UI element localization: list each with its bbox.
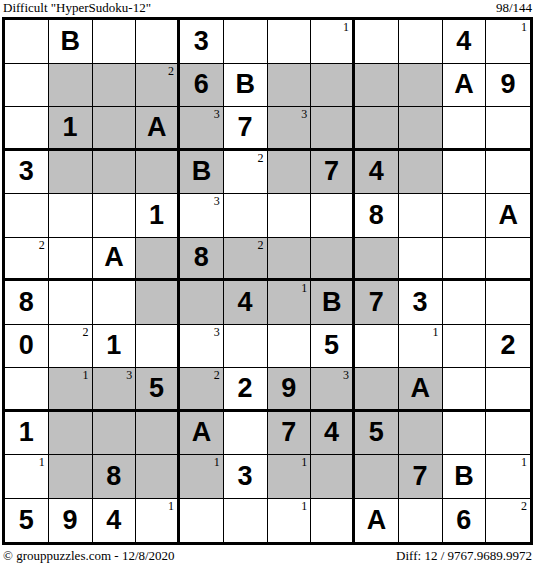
cell-r10c5: A [180,412,224,456]
cell-r11c11: B [443,455,487,499]
given-value: A [367,507,387,534]
cell-r8c10[interactable]: 1 [399,325,443,369]
cell-r1c1[interactable] [5,20,49,64]
cell-r11c5[interactable]: 1 [180,455,224,499]
footer: © grouppuzzles.com - 12/8/2020 Diff: 12 … [3,548,532,564]
cell-r3c6: 7 [224,107,268,151]
cell-r5c1[interactable] [5,194,49,238]
corner-mark: 1 [521,20,527,34]
cell-r2c8[interactable] [311,64,355,108]
cell-r6c3: A [93,238,137,282]
cell-r1c4[interactable] [136,20,180,64]
given-value: 6 [456,507,471,534]
given-value: 4 [456,28,471,55]
corner-mark: 1 [301,455,307,469]
cell-r1c7[interactable] [268,20,312,64]
corner-mark: 2 [214,368,220,382]
puzzle-page: Difficult "HyperSudoku-12" 98/144 B31412… [0,0,535,569]
corner-mark: 1 [168,499,174,513]
cell-r3c11[interactable] [443,107,487,151]
given-value: A [192,419,212,446]
cell-r7c10: 3 [399,281,443,325]
copyright-date-text: © grouppuzzles.com - 12/8/2020 [3,548,175,564]
cell-r8c11[interactable] [443,325,487,369]
cell-r4c2[interactable] [49,151,93,195]
cell-r6c4[interactable] [136,238,180,282]
cell-r6c12[interactable] [486,238,530,282]
cell-r1c6[interactable] [224,20,268,64]
corner-mark: 1 [521,455,527,469]
puzzle-title: Difficult "HyperSudoku-12" [3,0,151,15]
cells-remaining-counter: 98/144 [496,0,532,15]
cell-r9c10: A [399,368,443,412]
cell-r7c2[interactable] [49,281,93,325]
cell-r10c9: 5 [355,412,399,456]
cell-r4c8: 7 [311,151,355,195]
given-value: 5 [324,332,339,359]
cell-r6c6[interactable]: 2 [224,238,268,282]
cell-r10c7: 7 [268,412,312,456]
cell-r10c11[interactable] [443,412,487,456]
cell-r11c9[interactable] [355,455,399,499]
cell-r2c6: B [224,64,268,108]
cell-r5c11[interactable] [443,194,487,238]
given-value: 3 [194,28,209,55]
cell-r4c3[interactable] [93,151,137,195]
cell-r12c7[interactable]: 1 [268,499,312,543]
given-value: 9 [63,507,78,534]
cell-r9c7: 9 [268,368,312,412]
cell-r6c1[interactable]: 2 [5,238,49,282]
corner-mark: 1 [343,20,349,34]
given-value: 3 [238,463,253,490]
cell-r2c4[interactable]: 2 [136,64,180,108]
cell-r9c2[interactable]: 1 [49,368,93,412]
given-value: 5 [369,419,384,446]
cell-r4c9: 4 [355,151,399,195]
given-value: 5 [19,507,34,534]
cell-r1c11: 4 [443,20,487,64]
cell-r9c4: 5 [136,368,180,412]
cell-r6c8[interactable] [311,238,355,282]
cell-r10c2[interactable] [49,412,93,456]
cell-r3c2: 1 [49,107,93,151]
given-value: 1 [63,114,78,141]
cell-r2c9[interactable] [355,64,399,108]
cell-r10c6[interactable] [224,412,268,456]
given-value: A [410,375,430,402]
cell-r1c8[interactable]: 1 [311,20,355,64]
cell-r9c1[interactable] [5,368,49,412]
corner-mark: 2 [83,325,89,339]
cell-r10c10[interactable] [399,412,443,456]
given-value: B [192,158,212,185]
cell-r7c8: B [311,281,355,325]
cell-r3c8[interactable] [311,107,355,151]
cell-r12c2: 9 [49,499,93,543]
given-value: 1 [106,332,121,359]
cell-r11c4[interactable] [136,455,180,499]
cell-r7c7[interactable]: 1 [268,281,312,325]
given-value: 4 [369,158,384,185]
cell-r2c11: A [443,64,487,108]
corner-mark: 3 [214,325,220,339]
given-value: 0 [19,332,34,359]
cell-r3c7[interactable]: 3 [268,107,312,151]
cell-r3c4: A [136,107,180,151]
corner-mark: 2 [521,499,527,513]
cell-r8c8: 5 [311,325,355,369]
cell-r8c9[interactable] [355,325,399,369]
cell-r8c4[interactable] [136,325,180,369]
cell-r6c9[interactable] [355,238,399,282]
given-value: 8 [106,463,121,490]
corner-mark: 1 [301,499,307,513]
corner-mark: 1 [433,325,439,339]
difficulty-text: Diff: 12 / 9767.9689.9972 [396,548,532,564]
cell-r8c3: 1 [93,325,137,369]
cell-r12c11: 6 [443,499,487,543]
given-value: B [322,289,342,316]
cell-r6c7[interactable] [268,238,312,282]
cell-r3c10[interactable] [399,107,443,151]
cell-r2c5: 6 [180,64,224,108]
given-value: B [454,463,474,490]
given-value: 7 [281,419,296,446]
cell-r12c8[interactable] [311,499,355,543]
cell-r7c9: 7 [355,281,399,325]
cell-r3c1[interactable] [5,107,49,151]
given-value: 7 [369,289,384,316]
given-value: 4 [106,507,121,534]
cell-r4c4[interactable] [136,151,180,195]
given-value: 8 [369,202,384,229]
given-value: 3 [19,158,34,185]
corner-mark: 2 [39,238,45,252]
corner-mark: 1 [39,455,45,469]
given-value: 3 [413,289,428,316]
given-value: 5 [149,375,164,402]
cell-r5c5[interactable]: 3 [180,194,224,238]
cell-r4c5: B [180,151,224,195]
cell-r12c5[interactable] [180,499,224,543]
cell-r1c3[interactable] [93,20,137,64]
cell-r6c2[interactable] [49,238,93,282]
cell-r1c5: 3 [180,20,224,64]
corner-mark: 3 [343,368,349,382]
corner-mark: 1 [301,281,307,295]
corner-mark: 1 [83,368,89,382]
sudoku-board: B314126BA91A3733B274138A2A82841B73021351… [2,17,533,545]
cell-r4c10[interactable] [399,151,443,195]
given-value: 7 [413,463,428,490]
cell-r2c1[interactable] [5,64,49,108]
cell-r5c9: 8 [355,194,399,238]
cell-r7c5[interactable] [180,281,224,325]
cell-r11c2[interactable] [49,455,93,499]
cell-r5c10[interactable] [399,194,443,238]
cell-r10c1: 1 [5,412,49,456]
given-value: 1 [19,419,34,446]
cell-r2c12: 9 [486,64,530,108]
given-value: 2 [238,375,253,402]
cell-r8c1: 0 [5,325,49,369]
cell-r8c2[interactable]: 2 [49,325,93,369]
cell-r1c2: B [49,20,93,64]
given-value: A [498,202,518,229]
given-value: 7 [238,114,253,141]
cell-r7c1: 8 [5,281,49,325]
cell-r4c6[interactable]: 2 [224,151,268,195]
corner-mark: 2 [258,238,264,252]
cell-r12c9: A [355,499,399,543]
cell-r7c4[interactable] [136,281,180,325]
cell-r2c3[interactable] [93,64,137,108]
cell-r5c2[interactable] [49,194,93,238]
cell-r8c12: 2 [486,325,530,369]
given-value: 2 [501,332,516,359]
cell-r5c4: 1 [136,194,180,238]
cell-r12c10[interactable] [399,499,443,543]
cell-r7c11[interactable] [443,281,487,325]
cell-r10c4[interactable] [136,412,180,456]
cell-r3c9[interactable] [355,107,399,151]
cell-r7c12[interactable] [486,281,530,325]
cell-r6c10[interactable] [399,238,443,282]
cell-r12c1: 5 [5,499,49,543]
cell-r6c11[interactable] [443,238,487,282]
cell-r7c3[interactable] [93,281,137,325]
cell-r10c3[interactable] [93,412,137,456]
cell-r5c6[interactable] [224,194,268,238]
cell-r1c9[interactable] [355,20,399,64]
cell-r4c12[interactable] [486,151,530,195]
cell-r12c4[interactable]: 1 [136,499,180,543]
cell-r5c8[interactable] [311,194,355,238]
cell-r6c5: 8 [180,238,224,282]
cell-r12c12[interactable]: 2 [486,499,530,543]
cell-r9c6: 2 [224,368,268,412]
given-value: B [60,28,80,55]
cell-r9c5[interactable]: 2 [180,368,224,412]
corner-mark: 2 [168,64,174,78]
cell-r4c11[interactable] [443,151,487,195]
corner-mark: 3 [214,107,220,121]
given-value: 4 [238,289,253,316]
corner-mark: 3 [126,368,132,382]
corner-mark: 1 [214,455,220,469]
cell-r11c7[interactable]: 1 [268,455,312,499]
given-value: A [147,114,167,141]
cell-r2c7[interactable] [268,64,312,108]
cell-r11c6: 3 [224,455,268,499]
corner-mark: 3 [214,194,220,208]
corner-mark: 3 [301,107,307,121]
given-value: 8 [194,244,209,271]
cell-r3c12[interactable] [486,107,530,151]
cell-r11c8[interactable] [311,455,355,499]
cell-r2c2[interactable] [49,64,93,108]
cell-r9c3[interactable]: 3 [93,368,137,412]
cell-r3c3[interactable] [93,107,137,151]
cell-r9c12[interactable] [486,368,530,412]
header: Difficult "HyperSudoku-12" 98/144 [3,0,532,16]
cell-r5c12: A [486,194,530,238]
cell-r1c12[interactable]: 1 [486,20,530,64]
given-value: 9 [281,375,296,402]
cell-r5c3[interactable] [93,194,137,238]
cell-r1c10[interactable] [399,20,443,64]
given-value: 1 [149,202,164,229]
cell-r9c11[interactable] [443,368,487,412]
given-value: A [104,244,124,271]
given-value: 6 [194,71,209,98]
cell-r8c7[interactable] [268,325,312,369]
given-value: 7 [324,158,339,185]
cell-r2c10[interactable] [399,64,443,108]
cell-r3c5[interactable]: 3 [180,107,224,151]
cell-r11c1[interactable]: 1 [5,455,49,499]
cell-r12c3: 4 [93,499,137,543]
cell-r9c9[interactable] [355,368,399,412]
cell-r10c8: 4 [311,412,355,456]
cell-r7c6: 4 [224,281,268,325]
given-value: B [235,71,255,98]
cell-r12c6[interactable] [224,499,268,543]
cell-r11c10: 7 [399,455,443,499]
cell-r5c7[interactable] [268,194,312,238]
cell-r11c12[interactable]: 1 [486,455,530,499]
given-value: 9 [501,71,516,98]
cell-r8c5[interactable]: 3 [180,325,224,369]
cell-r9c8[interactable]: 3 [311,368,355,412]
cell-r10c12[interactable] [486,412,530,456]
given-value: 4 [324,419,339,446]
given-value: 8 [19,289,34,316]
given-value: A [454,71,474,98]
cell-r11c3: 8 [93,455,137,499]
cell-r8c6[interactable] [224,325,268,369]
cell-r4c1: 3 [5,151,49,195]
corner-mark: 2 [258,151,264,165]
cell-r4c7[interactable] [268,151,312,195]
